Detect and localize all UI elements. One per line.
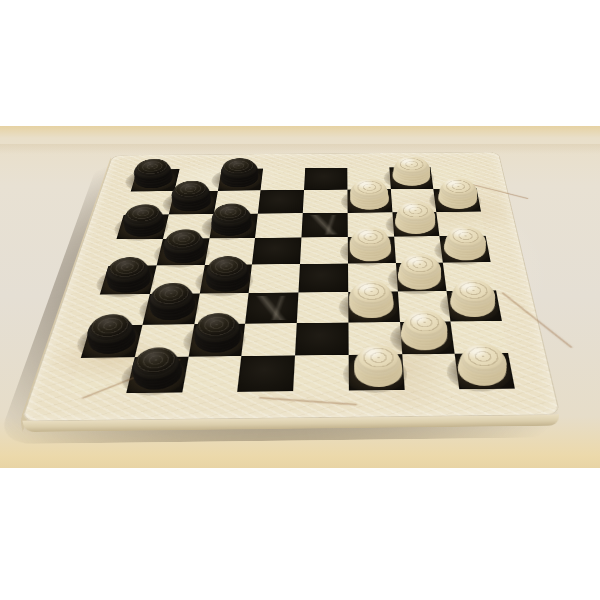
board-square-r1c6: [347, 167, 390, 189]
board-square-r4c5: [300, 237, 348, 264]
board-square-r3c2: [163, 214, 214, 239]
marble-vein: [472, 184, 529, 199]
board-square-r3c5: [301, 213, 347, 238]
board-square-r2c3: [213, 190, 260, 214]
board-square-r1c5: [304, 168, 347, 190]
board-square-r3c6: [347, 212, 393, 237]
board-square-r2c8: [433, 188, 480, 211]
tablecloth: [0, 126, 600, 468]
board-square-r1c8: [431, 167, 477, 189]
board-square-r1c7: [389, 167, 434, 189]
board-square-r1c1: [131, 169, 180, 191]
white-margin-bottom: [0, 468, 600, 600]
board-square-r1c4: [261, 168, 305, 190]
board-square-r2c5: [303, 189, 348, 212]
board-square-r3c8: [436, 211, 485, 236]
board-square-r1c3: [217, 169, 263, 191]
board-square-r2c7: [390, 189, 436, 212]
board-square-r2c1: [124, 191, 174, 215]
scene-3d: [0, 126, 600, 468]
board-square-r3c3: [209, 213, 258, 238]
marble-vein: [501, 292, 572, 348]
checkers-board: [21, 152, 561, 422]
board-square-r2c2: [169, 191, 218, 215]
product-photo: [0, 0, 600, 600]
board-square-r1c2: [174, 169, 221, 191]
board-square-r3c1: [116, 214, 168, 239]
board-square-r3c4: [255, 213, 303, 238]
board-square-r4c4: [252, 238, 301, 265]
board-square-r2c4: [258, 190, 304, 214]
board-square-r2c6: [347, 189, 392, 212]
board-square-r3c7: [392, 212, 440, 237]
marble-vein: [259, 397, 357, 406]
white-margin-top: [0, 0, 600, 126]
